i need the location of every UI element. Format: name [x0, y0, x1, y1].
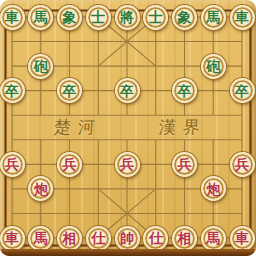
piece-red-chariot[interactable]: 車: [230, 226, 255, 251]
river-label-han: 漢界: [158, 116, 208, 139]
piece-black-soldier[interactable]: 卒: [172, 78, 197, 103]
piece-black-chariot[interactable]: 車: [0, 5, 25, 30]
board-grid: [0, 0, 256, 256]
piece-red-soldier[interactable]: 兵: [57, 152, 82, 177]
piece-red-soldier[interactable]: 兵: [230, 152, 255, 177]
piece-black-cannon[interactable]: 砲: [201, 54, 226, 79]
xiangqi-app: 楚河 漢界 車馬象士將士象馬車砲砲卒卒卒卒卒兵兵兵兵兵炮炮車馬相仕帥仕相馬車: [0, 0, 256, 256]
piece-red-soldier[interactable]: 兵: [0, 152, 25, 177]
piece-black-horse[interactable]: 馬: [28, 5, 53, 30]
piece-black-advisor[interactable]: 士: [143, 5, 168, 30]
river-label-chu: 楚河: [53, 116, 103, 139]
piece-red-advisor[interactable]: 仕: [86, 226, 111, 251]
piece-red-cannon[interactable]: 炮: [201, 176, 226, 201]
piece-black-soldier[interactable]: 卒: [115, 78, 140, 103]
piece-black-horse[interactable]: 馬: [201, 5, 226, 30]
piece-red-horse[interactable]: 馬: [28, 226, 53, 251]
board-bottom-bevel: [0, 249, 256, 256]
piece-black-soldier[interactable]: 卒: [230, 78, 255, 103]
piece-black-chariot[interactable]: 車: [230, 5, 255, 30]
piece-red-elephant[interactable]: 相: [57, 226, 82, 251]
piece-red-chariot[interactable]: 車: [0, 226, 25, 251]
piece-black-soldier[interactable]: 卒: [0, 78, 25, 103]
piece-red-elephant[interactable]: 相: [172, 226, 197, 251]
piece-red-advisor[interactable]: 仕: [143, 226, 168, 251]
piece-red-general[interactable]: 帥: [115, 226, 140, 251]
xiangqi-board[interactable]: 楚河 漢界 車馬象士將士象馬車砲砲卒卒卒卒卒兵兵兵兵兵炮炮車馬相仕帥仕相馬車: [0, 0, 256, 256]
piece-black-elephant[interactable]: 象: [172, 5, 197, 30]
piece-black-cannon[interactable]: 砲: [28, 54, 53, 79]
piece-black-elephant[interactable]: 象: [57, 5, 82, 30]
piece-black-general[interactable]: 將: [115, 5, 140, 30]
piece-black-soldier[interactable]: 卒: [57, 78, 82, 103]
piece-red-horse[interactable]: 馬: [201, 226, 226, 251]
piece-red-soldier[interactable]: 兵: [115, 152, 140, 177]
piece-red-soldier[interactable]: 兵: [172, 152, 197, 177]
piece-black-advisor[interactable]: 士: [86, 5, 111, 30]
